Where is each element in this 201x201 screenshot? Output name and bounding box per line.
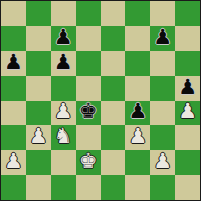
square-d1[interactable] [76, 175, 101, 200]
black-pawn-icon[interactable]: ♟ [4, 52, 23, 73]
square-f2[interactable] [125, 150, 150, 175]
black-king-icon[interactable]: ♚ [79, 101, 98, 122]
square-b1[interactable] [26, 175, 51, 200]
square-e4[interactable] [101, 101, 126, 126]
square-f6[interactable] [125, 51, 150, 76]
square-e5[interactable] [101, 76, 126, 101]
square-b5[interactable] [26, 76, 51, 101]
square-d6[interactable] [76, 51, 101, 76]
square-b2[interactable] [26, 150, 51, 175]
square-g6[interactable] [150, 51, 175, 76]
square-g2[interactable]: ♟ [150, 150, 175, 175]
square-b8[interactable] [26, 1, 51, 26]
black-pawn-icon[interactable]: ♟ [128, 101, 147, 122]
white-pawn-icon[interactable]: ♟ [29, 126, 48, 147]
square-e2[interactable] [101, 150, 126, 175]
square-f8[interactable] [125, 1, 150, 26]
square-c5[interactable] [51, 76, 76, 101]
square-g4[interactable] [150, 101, 175, 126]
square-h7[interactable] [175, 26, 200, 51]
square-f7[interactable] [125, 26, 150, 51]
square-a2[interactable]: ♟ [1, 150, 26, 175]
square-h1[interactable] [175, 175, 200, 200]
square-c8[interactable] [51, 1, 76, 26]
square-g8[interactable] [150, 1, 175, 26]
square-b7[interactable] [26, 26, 51, 51]
square-f4[interactable]: ♟ [125, 101, 150, 126]
chess-board: ♟♟♟♟♟♟♚♟♟♟♞♟♟♚♟ [0, 0, 201, 201]
square-b6[interactable] [26, 51, 51, 76]
square-a7[interactable] [1, 26, 26, 51]
square-a5[interactable] [1, 76, 26, 101]
black-pawn-icon[interactable]: ♟ [54, 27, 73, 48]
white-pawn-icon[interactable]: ♟ [153, 151, 172, 172]
white-pawn-icon[interactable]: ♟ [4, 151, 23, 172]
black-pawn-icon[interactable]: ♟ [54, 52, 73, 73]
white-pawn-icon[interactable]: ♟ [128, 126, 147, 147]
square-a4[interactable] [1, 101, 26, 126]
square-e6[interactable] [101, 51, 126, 76]
square-a6[interactable]: ♟ [1, 51, 26, 76]
square-d4[interactable]: ♚ [76, 101, 101, 126]
square-e3[interactable] [101, 125, 126, 150]
square-f1[interactable] [125, 175, 150, 200]
square-d7[interactable] [76, 26, 101, 51]
square-c1[interactable] [51, 175, 76, 200]
square-b3[interactable]: ♟ [26, 125, 51, 150]
square-h2[interactable] [175, 150, 200, 175]
square-c4[interactable]: ♟ [51, 101, 76, 126]
white-pawn-icon[interactable]: ♟ [54, 101, 73, 122]
chess-board-grid: ♟♟♟♟♟♟♚♟♟♟♞♟♟♚♟ [1, 1, 200, 200]
square-g7[interactable]: ♟ [150, 26, 175, 51]
square-e1[interactable] [101, 175, 126, 200]
square-a8[interactable] [1, 1, 26, 26]
square-f3[interactable]: ♟ [125, 125, 150, 150]
square-e7[interactable] [101, 26, 126, 51]
square-d8[interactable] [76, 1, 101, 26]
square-d5[interactable] [76, 76, 101, 101]
white-king-icon[interactable]: ♚ [79, 151, 98, 172]
black-pawn-icon[interactable]: ♟ [178, 77, 197, 98]
square-f5[interactable] [125, 76, 150, 101]
square-c7[interactable]: ♟ [51, 26, 76, 51]
square-g1[interactable] [150, 175, 175, 200]
square-a1[interactable] [1, 175, 26, 200]
square-b4[interactable] [26, 101, 51, 126]
square-h8[interactable] [175, 1, 200, 26]
square-h5[interactable]: ♟ [175, 76, 200, 101]
square-c3[interactable]: ♞ [51, 125, 76, 150]
square-d3[interactable] [76, 125, 101, 150]
square-h6[interactable] [175, 51, 200, 76]
square-c6[interactable]: ♟ [51, 51, 76, 76]
square-c2[interactable] [51, 150, 76, 175]
square-d2[interactable]: ♚ [76, 150, 101, 175]
square-g3[interactable] [150, 125, 175, 150]
square-g5[interactable] [150, 76, 175, 101]
square-e8[interactable] [101, 1, 126, 26]
black-pawn-icon[interactable]: ♟ [153, 27, 172, 48]
square-h4[interactable]: ♟ [175, 101, 200, 126]
white-knight-icon[interactable]: ♞ [54, 126, 73, 147]
square-a3[interactable] [1, 125, 26, 150]
square-h3[interactable] [175, 125, 200, 150]
white-pawn-icon[interactable]: ♟ [178, 101, 197, 122]
